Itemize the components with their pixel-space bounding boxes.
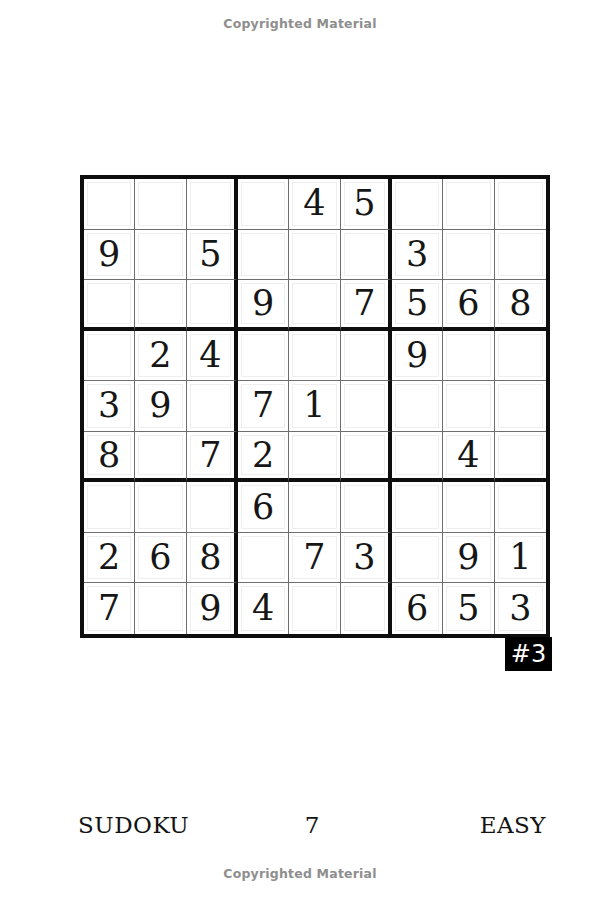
cell-r7-c9[interactable] bbox=[495, 482, 546, 533]
page-footer: SUDOKU 7 EASY bbox=[78, 812, 546, 838]
cell-r2-c8[interactable] bbox=[443, 230, 494, 281]
cell-r4-c5[interactable] bbox=[289, 331, 340, 382]
cell-r6-c8[interactable]: 4 bbox=[443, 432, 494, 483]
cell-r6-c9[interactable] bbox=[495, 432, 546, 483]
cell-r9-c1[interactable]: 7 bbox=[84, 583, 135, 634]
cell-r6-c4[interactable]: 2 bbox=[238, 432, 289, 483]
cell-r6-c6[interactable] bbox=[341, 432, 392, 483]
cell-r4-c9[interactable] bbox=[495, 331, 546, 382]
cell-r1-c9[interactable] bbox=[495, 179, 546, 230]
cell-r9-c7[interactable]: 6 bbox=[392, 583, 443, 634]
puzzle-number-badge: #3 bbox=[505, 637, 552, 671]
cell-r1-c6[interactable]: 5 bbox=[341, 179, 392, 230]
cell-r4-c2[interactable]: 2 bbox=[135, 331, 186, 382]
cell-r7-c2[interactable] bbox=[135, 482, 186, 533]
cell-r3-c3[interactable] bbox=[187, 280, 238, 331]
cell-r6-c5[interactable] bbox=[289, 432, 340, 483]
cell-r3-c8[interactable]: 6 bbox=[443, 280, 494, 331]
cell-r8-c9[interactable]: 1 bbox=[495, 533, 546, 584]
cell-r9-c9[interactable]: 3 bbox=[495, 583, 546, 634]
cell-r3-c6[interactable]: 7 bbox=[341, 280, 392, 331]
cell-r8-c2[interactable]: 6 bbox=[135, 533, 186, 584]
cell-r3-c5[interactable] bbox=[289, 280, 340, 331]
sudoku-board: 45953975682493971872462687391794653 bbox=[80, 175, 550, 638]
cell-r7-c7[interactable] bbox=[392, 482, 443, 533]
footer-page-number: 7 bbox=[305, 812, 320, 838]
cell-r6-c1[interactable]: 8 bbox=[84, 432, 135, 483]
cell-r1-c3[interactable] bbox=[187, 179, 238, 230]
cell-r6-c2[interactable] bbox=[135, 432, 186, 483]
cell-r3-c2[interactable] bbox=[135, 280, 186, 331]
cell-r4-c8[interactable] bbox=[443, 331, 494, 382]
cell-r7-c8[interactable] bbox=[443, 482, 494, 533]
cell-r9-c2[interactable] bbox=[135, 583, 186, 634]
cell-r1-c7[interactable] bbox=[392, 179, 443, 230]
footer-book-title: SUDOKU bbox=[78, 812, 189, 838]
cell-r4-c4[interactable] bbox=[238, 331, 289, 382]
cell-r2-c2[interactable] bbox=[135, 230, 186, 281]
cell-r4-c1[interactable] bbox=[84, 331, 135, 382]
cell-r1-c2[interactable] bbox=[135, 179, 186, 230]
cell-r5-c9[interactable] bbox=[495, 381, 546, 432]
cell-r2-c9[interactable] bbox=[495, 230, 546, 281]
cell-r2-c3[interactable]: 5 bbox=[187, 230, 238, 281]
cell-r8-c8[interactable]: 9 bbox=[443, 533, 494, 584]
cell-r5-c3[interactable] bbox=[187, 381, 238, 432]
puzzle-area: 45953975682493971872462687391794653 #3 bbox=[80, 175, 550, 638]
cell-r8-c6[interactable]: 3 bbox=[341, 533, 392, 584]
cell-r2-c4[interactable] bbox=[238, 230, 289, 281]
cell-r3-c7[interactable]: 5 bbox=[392, 280, 443, 331]
cell-r9-c5[interactable] bbox=[289, 583, 340, 634]
cell-r9-c8[interactable]: 5 bbox=[443, 583, 494, 634]
cell-r9-c3[interactable]: 9 bbox=[187, 583, 238, 634]
cell-r5-c5[interactable]: 1 bbox=[289, 381, 340, 432]
cell-r9-c4[interactable]: 4 bbox=[238, 583, 289, 634]
cell-r5-c2[interactable]: 9 bbox=[135, 381, 186, 432]
cell-r7-c4[interactable]: 6 bbox=[238, 482, 289, 533]
cell-r5-c6[interactable] bbox=[341, 381, 392, 432]
cell-r7-c6[interactable] bbox=[341, 482, 392, 533]
cell-r8-c1[interactable]: 2 bbox=[84, 533, 135, 584]
cell-r4-c7[interactable]: 9 bbox=[392, 331, 443, 382]
cell-r5-c7[interactable] bbox=[392, 381, 443, 432]
cell-r7-c3[interactable] bbox=[187, 482, 238, 533]
cell-r8-c7[interactable] bbox=[392, 533, 443, 584]
cell-r1-c1[interactable] bbox=[84, 179, 135, 230]
cell-r8-c5[interactable]: 7 bbox=[289, 533, 340, 584]
cell-r5-c1[interactable]: 3 bbox=[84, 381, 135, 432]
cell-r6-c3[interactable]: 7 bbox=[187, 432, 238, 483]
cell-r1-c8[interactable] bbox=[443, 179, 494, 230]
cell-r6-c7[interactable] bbox=[392, 432, 443, 483]
cell-r2-c5[interactable] bbox=[289, 230, 340, 281]
cell-r3-c4[interactable]: 9 bbox=[238, 280, 289, 331]
copyright-notice-bottom: Copyrighted Material bbox=[0, 866, 600, 881]
cell-r3-c1[interactable] bbox=[84, 280, 135, 331]
cell-r7-c5[interactable] bbox=[289, 482, 340, 533]
copyright-notice-top: Copyrighted Material bbox=[0, 16, 600, 31]
cell-r8-c4[interactable] bbox=[238, 533, 289, 584]
cell-r5-c4[interactable]: 7 bbox=[238, 381, 289, 432]
cell-r3-c9[interactable]: 8 bbox=[495, 280, 546, 331]
cell-r2-c6[interactable] bbox=[341, 230, 392, 281]
cell-r1-c4[interactable] bbox=[238, 179, 289, 230]
cell-r4-c3[interactable]: 4 bbox=[187, 331, 238, 382]
cell-r8-c3[interactable]: 8 bbox=[187, 533, 238, 584]
cell-r1-c5[interactable]: 4 bbox=[289, 179, 340, 230]
cell-r5-c8[interactable] bbox=[443, 381, 494, 432]
cell-r4-c6[interactable] bbox=[341, 331, 392, 382]
cell-r2-c1[interactable]: 9 bbox=[84, 230, 135, 281]
cell-r9-c6[interactable] bbox=[341, 583, 392, 634]
cell-r7-c1[interactable] bbox=[84, 482, 135, 533]
footer-difficulty-label: EASY bbox=[480, 812, 546, 838]
cell-r2-c7[interactable]: 3 bbox=[392, 230, 443, 281]
